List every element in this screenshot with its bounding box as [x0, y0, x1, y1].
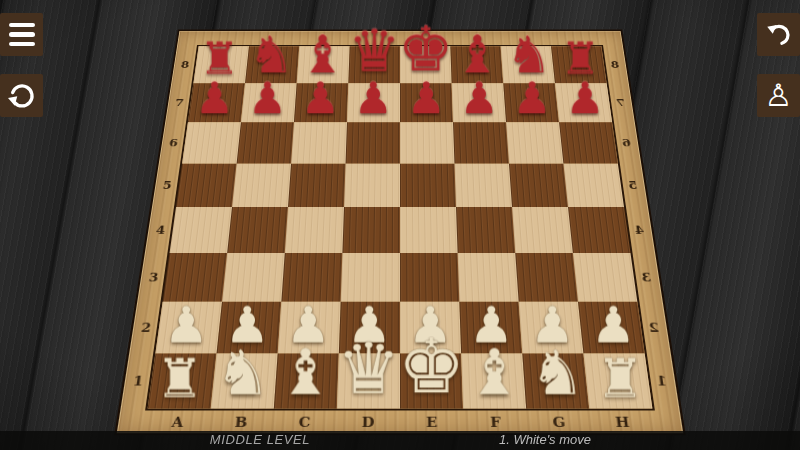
undo-icon: [764, 20, 794, 50]
hamburger-icon: [9, 23, 35, 47]
square-a7[interactable]: ♟: [188, 83, 245, 122]
square-h5[interactable]: [563, 163, 624, 207]
file-label-h: H: [590, 415, 655, 430]
square-e4[interactable]: [400, 207, 458, 253]
square-h6[interactable]: [559, 122, 618, 163]
square-a5[interactable]: [176, 163, 237, 207]
square-d4[interactable]: [342, 207, 400, 253]
player-mode-button[interactable]: ♙: [757, 74, 800, 117]
rank-label-right-7: 7: [608, 83, 634, 122]
piece-red-pawn-d7[interactable]: ♟: [354, 76, 393, 119]
square-c5[interactable]: [288, 163, 346, 207]
square-c6[interactable]: [291, 122, 347, 163]
square-c7[interactable]: ♟: [294, 83, 348, 122]
square-a6[interactable]: [182, 122, 241, 163]
file-label-e: E: [400, 415, 464, 430]
file-label-g: G: [527, 415, 592, 430]
square-f4[interactable]: [456, 207, 515, 253]
piece-white-rook-a1[interactable]: ♜: [156, 351, 204, 405]
pawn-icon: ♙: [765, 80, 793, 111]
square-h7[interactable]: ♟: [555, 83, 612, 122]
square-e5[interactable]: [400, 163, 456, 207]
piece-red-pawn-g7[interactable]: ♟: [513, 76, 552, 119]
piece-white-knight-g1[interactable]: ♞: [530, 343, 585, 405]
rank-label-right-8: 8: [602, 46, 628, 83]
piece-red-pawn-a7[interactable]: ♟: [195, 76, 234, 119]
square-f1[interactable]: ♝: [461, 354, 526, 409]
square-g4[interactable]: [512, 207, 573, 253]
square-g6[interactable]: [506, 122, 563, 163]
status-bar: MIDDLE LEVEL 1. White's move: [0, 431, 800, 450]
piece-red-pawn-b7[interactable]: ♟: [248, 76, 287, 119]
square-f5[interactable]: [454, 163, 512, 207]
piece-white-knight-b1[interactable]: ♞: [215, 343, 270, 405]
piece-red-pawn-f7[interactable]: ♟: [460, 76, 499, 119]
square-b4[interactable]: [227, 207, 288, 253]
piece-red-pawn-c7[interactable]: ♟: [301, 76, 340, 119]
square-a4[interactable]: [170, 207, 232, 253]
square-b7[interactable]: ♟: [241, 83, 297, 122]
square-e6[interactable]: [400, 122, 454, 163]
square-f6[interactable]: [453, 122, 509, 163]
file-label-b: B: [208, 415, 273, 430]
square-c1[interactable]: ♝: [274, 354, 339, 409]
square-c4[interactable]: [285, 207, 344, 253]
square-g5[interactable]: [509, 163, 568, 207]
square-g1[interactable]: ♞: [522, 354, 589, 409]
level-label: MIDDLE LEVEL: [160, 432, 360, 447]
rank-label-right-6: 6: [613, 122, 640, 163]
square-b5[interactable]: [232, 163, 291, 207]
piece-white-queen-d1[interactable]: ♛: [337, 334, 400, 405]
piece-white-pawn-h2[interactable]: ♟: [591, 300, 636, 350]
square-d6[interactable]: [346, 122, 400, 163]
piece-white-pawn-a2[interactable]: ♟: [164, 300, 209, 350]
square-g7[interactable]: ♟: [503, 83, 559, 122]
piece-red-pawn-h7[interactable]: ♟: [566, 76, 605, 119]
piece-red-pawn-e7[interactable]: ♟: [407, 76, 446, 119]
undo-move-button[interactable]: [757, 13, 800, 56]
board-frame: ♜♞♝♛♚♝♞♜♟♟♟♟♟♟♟♟♟♟♟♟♟♟♟♟♜♞♝♛♚♝♞♜ABCDEFGH…: [114, 30, 686, 436]
square-d5[interactable]: [344, 163, 400, 207]
square-h1[interactable]: ♜: [583, 354, 652, 409]
square-d7[interactable]: ♟: [347, 83, 400, 122]
file-label-a: A: [145, 415, 210, 430]
menu-button[interactable]: [0, 13, 43, 56]
square-f7[interactable]: ♟: [452, 83, 506, 122]
square-h4[interactable]: [568, 207, 630, 253]
square-a1[interactable]: ♜: [148, 354, 217, 409]
file-label-d: D: [336, 415, 400, 430]
square-e1[interactable]: ♚: [400, 354, 463, 409]
board-grid: ♜♞♝♛♚♝♞♜♟♟♟♟♟♟♟♟♟♟♟♟♟♟♟♟♜♞♝♛♚♝♞♜: [148, 46, 653, 408]
rotate-icon: [7, 81, 37, 111]
square-b1[interactable]: ♞: [211, 354, 278, 409]
chess-board: ♜♞♝♛♚♝♞♜♟♟♟♟♟♟♟♟♟♟♟♟♟♟♟♟♜♞♝♛♚♝♞♜ABCDEFGH…: [114, 30, 686, 436]
file-label-f: F: [463, 415, 527, 430]
square-d1[interactable]: ♛: [337, 354, 400, 409]
file-label-c: C: [272, 415, 336, 430]
piece-white-rook-h1[interactable]: ♜: [596, 351, 644, 405]
square-b6[interactable]: [237, 122, 294, 163]
square-e7[interactable]: ♟: [400, 83, 453, 122]
move-indicator: 1. White's move: [445, 432, 645, 447]
piece-white-king-e1[interactable]: ♚: [398, 329, 466, 404]
piece-white-bishop-f1[interactable]: ♝: [466, 342, 522, 405]
rotate-board-button[interactable]: [0, 74, 43, 117]
piece-white-bishop-c1[interactable]: ♝: [277, 342, 333, 405]
